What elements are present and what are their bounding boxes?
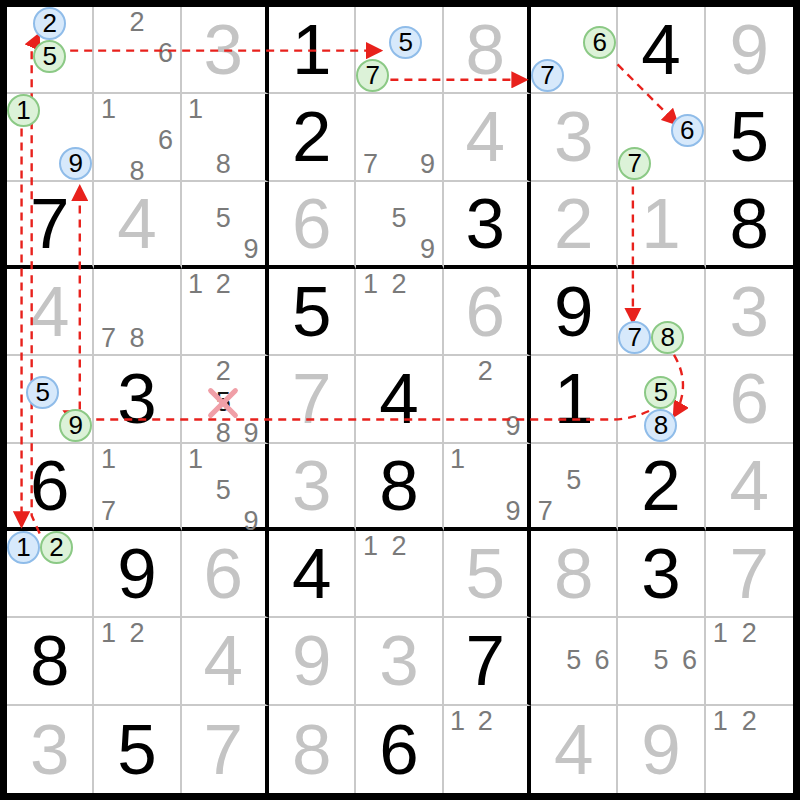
candidate-slot — [444, 496, 472, 527]
chain-node-blue-7: 7 — [531, 59, 564, 92]
cell-r1c1[interactable]: 25 — [7, 7, 94, 94]
given-digit: 6 — [356, 706, 441, 793]
candidate-2[interactable]: 2 — [209, 269, 237, 300]
cell-r1c3[interactable]: 3 — [182, 7, 269, 94]
candidate-slot — [123, 676, 151, 703]
given-digit: 3 — [444, 182, 527, 265]
candidate-slot — [182, 234, 210, 265]
candidate-7[interactable]: 7 — [531, 496, 559, 527]
cell-r1c2[interactable]: 26 — [94, 7, 181, 94]
candidate-slot — [444, 387, 472, 410]
solved-digit: 4 — [706, 444, 793, 527]
cell-r6c7[interactable]: 57 — [531, 444, 618, 531]
cell-r3c4[interactable]: 6 — [269, 182, 356, 269]
cell-r2c1[interactable]: 19 — [7, 94, 94, 181]
cell-r8c8[interactable]: 56 — [618, 618, 705, 705]
cell-r7c2[interactable]: 9 — [94, 531, 181, 618]
candidate-7[interactable]: 7 — [356, 59, 389, 92]
cell-r9c1[interactable]: 3 — [7, 706, 94, 793]
cell-r3c8[interactable]: 1 — [618, 182, 705, 269]
candidate-slot — [706, 765, 735, 793]
candidate-slot — [413, 94, 441, 121]
candidate-slot — [151, 269, 179, 296]
candidate-2[interactable]: 2 — [33, 7, 66, 40]
chain-node-green-7: 7 — [356, 59, 389, 92]
given-digit: 4 — [356, 356, 441, 441]
cell-r7c3[interactable]: 6 — [182, 531, 269, 618]
candidate-slot — [588, 618, 616, 645]
candidate-slot — [237, 94, 265, 125]
cell-r1c4[interactable]: 1 — [269, 7, 356, 94]
candidate-2[interactable]: 2 — [123, 7, 151, 38]
candidate-slot — [413, 203, 441, 234]
cell-r4c7[interactable]: 9 — [531, 269, 618, 356]
candidate-1[interactable]: 1 — [7, 94, 40, 127]
candidate-slot — [356, 26, 389, 59]
candidate-slot — [564, 59, 583, 92]
candidate-slot — [237, 444, 265, 475]
candidate-9[interactable]: 9 — [499, 411, 527, 442]
cell-r8c6[interactable]: 7 — [444, 618, 531, 705]
candidate-slot — [151, 7, 179, 38]
candidate-slot — [182, 182, 210, 203]
candidate-1[interactable]: 1 — [444, 706, 472, 737]
cell-r4c5[interactable]: 12 — [356, 269, 443, 356]
cell-r4c8[interactable]: 78 — [618, 269, 705, 356]
candidates-grid: 12 — [706, 706, 793, 793]
candidate-9[interactable]: 9 — [237, 234, 265, 265]
solved-digit: 6 — [444, 269, 527, 354]
candidates-grid: 18 — [182, 94, 265, 179]
candidate-slot — [94, 475, 122, 496]
cell-r4c3[interactable]: 12 — [182, 269, 269, 356]
candidate-7[interactable]: 7 — [618, 321, 651, 354]
candidates-grid: 168 — [94, 94, 179, 179]
sudoku-board: 2526315786749191681827943675745965932184… — [0, 0, 800, 800]
candidate-slot — [735, 649, 764, 676]
candidate-slot — [531, 26, 564, 59]
candidate-9[interactable]: 9 — [499, 496, 527, 527]
candidate-slot — [26, 356, 59, 375]
candidate-slot — [422, 7, 441, 26]
candidate-1[interactable]: 1 — [356, 531, 384, 562]
candidate-slot — [413, 269, 441, 300]
candidates-grid: 159 — [182, 444, 265, 527]
cell-r1c6[interactable]: 8 — [444, 7, 531, 94]
candidate-slot — [356, 7, 389, 26]
candidate-slot — [356, 234, 384, 265]
candidate-2[interactable]: 2 — [735, 706, 764, 737]
candidate-slot — [237, 475, 265, 506]
candidate-slot — [151, 618, 179, 649]
cell-r6c9[interactable]: 4 — [706, 444, 793, 531]
cell-r9c7[interactable]: 4 — [531, 706, 618, 793]
candidate-slot — [151, 323, 179, 354]
candidate-1[interactable]: 1 — [94, 94, 122, 125]
candidates-grid: 57 — [531, 444, 616, 527]
cell-r7c4[interactable]: 4 — [269, 531, 356, 618]
candidate-1[interactable]: 1 — [706, 706, 735, 737]
candidate-9[interactable]: 9 — [59, 147, 92, 180]
candidate-1[interactable]: 1 — [94, 618, 122, 649]
candidate-2[interactable]: 2 — [385, 531, 413, 562]
solved-digit: 3 — [182, 7, 265, 92]
candidate-6[interactable]: 6 — [675, 645, 703, 676]
candidate-slot — [151, 444, 179, 475]
candidate-1[interactable]: 1 — [182, 269, 210, 300]
cell-r6c2[interactable]: 17 — [94, 444, 181, 531]
cell-r2c2[interactable]: 168 — [94, 94, 181, 181]
candidate-slot — [413, 121, 441, 148]
candidates-grid: 12 — [356, 531, 441, 616]
cell-r8c1[interactable]: 8 — [7, 618, 94, 705]
cell-r6c4[interactable]: 3 — [269, 444, 356, 531]
cell-r6c5[interactable]: 8 — [356, 444, 443, 531]
cell-r2c9[interactable]: 5 — [706, 94, 793, 181]
candidate-slot — [675, 676, 703, 703]
candidate-slot — [123, 496, 151, 527]
candidate-slot — [651, 147, 670, 180]
cell-r1c9[interactable]: 9 — [706, 7, 793, 94]
candidate-slot — [182, 327, 210, 354]
candidate-slot — [531, 444, 559, 465]
cell-r6c8[interactable]: 2 — [618, 444, 705, 531]
solved-digit: 6 — [269, 182, 354, 265]
candidate-slot — [651, 94, 670, 113]
candidate-slot — [237, 182, 265, 203]
candidates-grid: 29 — [444, 356, 527, 441]
candidate-2[interactable]: 2 — [471, 356, 499, 387]
candidate-1[interactable]: 1 — [706, 618, 735, 649]
cell-r6c6[interactable]: 19 — [444, 444, 531, 531]
candidate-slot — [66, 40, 92, 73]
candidate-slot — [588, 444, 616, 465]
candidate-8[interactable]: 8 — [644, 409, 677, 442]
candidate-7[interactable]: 7 — [356, 149, 384, 180]
candidate-5[interactable]: 5 — [209, 387, 237, 418]
cell-r2c5[interactable]: 79 — [356, 94, 443, 181]
candidate-slot — [531, 465, 559, 496]
cell-r3c1[interactable]: 7 — [7, 182, 94, 269]
solved-digit: 4 — [7, 269, 92, 354]
solved-digit: 1 — [618, 182, 703, 265]
candidate-slot — [618, 376, 644, 409]
cell-r8c7[interactable]: 56 — [531, 618, 618, 705]
candidates-grid: 19 — [7, 94, 92, 179]
cell-r4c1[interactable]: 4 — [7, 269, 94, 356]
candidate-5[interactable]: 5 — [385, 203, 413, 234]
candidate-1[interactable]: 1 — [444, 444, 472, 475]
candidate-8[interactable]: 8 — [123, 323, 151, 354]
candidate-slot — [706, 676, 735, 703]
solved-digit: 3 — [7, 706, 92, 793]
candidate-slot — [209, 182, 237, 203]
cell-r8c9[interactable]: 12 — [706, 618, 793, 705]
given-digit: 2 — [618, 444, 703, 527]
candidate-2[interactable]: 2 — [40, 531, 73, 564]
given-digit: 1 — [531, 356, 616, 441]
candidates-grid: 67 — [531, 7, 616, 92]
candidate-9[interactable]: 9 — [413, 234, 441, 265]
candidate-slot — [684, 269, 703, 295]
cell-r9c3[interactable]: 7 — [182, 706, 269, 793]
cell-r5c5[interactable]: 4 — [356, 356, 443, 443]
candidate-slot — [413, 182, 441, 203]
candidate-slot — [26, 409, 59, 442]
cell-r4c9[interactable]: 3 — [706, 269, 793, 356]
candidates-grid: 12 — [444, 706, 527, 793]
cell-r4c6[interactable]: 6 — [444, 269, 531, 356]
candidate-slot — [735, 676, 764, 703]
candidate-slot — [735, 765, 764, 793]
candidate-slot — [677, 356, 703, 375]
solved-digit: 8 — [531, 531, 616, 616]
candidate-slot — [385, 182, 413, 203]
candidate-slot — [651, 114, 670, 147]
solved-digit: 4 — [94, 182, 179, 265]
given-digit: 7 — [444, 618, 527, 703]
candidate-slot — [413, 531, 441, 562]
given-digit: 5 — [706, 94, 793, 179]
candidate-5[interactable]: 5 — [559, 465, 587, 496]
candidate-slot — [151, 69, 179, 92]
candidate-5[interactable]: 5 — [644, 376, 677, 409]
candidate-6[interactable]: 6 — [151, 125, 179, 156]
candidates-grid: 57 — [356, 7, 441, 92]
candidate-slot — [7, 127, 40, 146]
candidates-grid: 59 — [182, 182, 265, 265]
candidate-slot — [40, 127, 59, 146]
candidate-1[interactable]: 1 — [7, 531, 40, 564]
candidate-2[interactable]: 2 — [735, 618, 764, 649]
cell-r8c3[interactable]: 4 — [182, 618, 269, 705]
cell-r7c7[interactable]: 8 — [531, 531, 618, 618]
chain-node-green-9: 9 — [59, 409, 92, 442]
candidate-2[interactable]: 2 — [209, 356, 237, 387]
candidate-slot — [356, 327, 384, 354]
candidate-slot — [151, 496, 179, 527]
candidate-9[interactable]: 9 — [413, 149, 441, 180]
candidate-5[interactable]: 5 — [26, 376, 59, 409]
given-digit: 5 — [94, 706, 179, 793]
cell-r9c5[interactable]: 6 — [356, 706, 443, 793]
cell-r5c4[interactable]: 7 — [269, 356, 356, 443]
candidate-slot — [471, 765, 499, 793]
candidate-slot — [59, 127, 92, 146]
candidate-8[interactable]: 8 — [209, 149, 237, 180]
candidate-slot — [647, 676, 675, 703]
candidate-2[interactable]: 2 — [385, 269, 413, 300]
cell-r8c4[interactable]: 9 — [269, 618, 356, 705]
candidate-slot — [618, 356, 644, 375]
given-digit: 3 — [618, 531, 703, 616]
candidate-slot — [94, 125, 122, 156]
candidate-slot — [471, 411, 499, 442]
cell-r7c5[interactable]: 12 — [356, 531, 443, 618]
given-digit: 8 — [356, 444, 441, 527]
candidate-slot — [647, 618, 675, 645]
candidate-slot — [7, 409, 26, 442]
candidate-slot — [588, 465, 616, 496]
candidate-9[interactable]: 9 — [59, 409, 92, 442]
cell-r7c6[interactable]: 5 — [444, 531, 531, 618]
candidate-slot — [33, 73, 66, 92]
candidate-slot — [356, 300, 384, 327]
solved-digit: 8 — [444, 7, 527, 92]
cell-r5c1[interactable]: 59 — [7, 356, 94, 443]
chain-node-green-2: 2 — [40, 531, 73, 564]
cell-r1c5[interactable]: 57 — [356, 7, 443, 94]
cell-r3c3[interactable]: 59 — [182, 182, 269, 269]
candidate-slot — [385, 121, 413, 148]
candidate-6[interactable]: 6 — [583, 26, 616, 59]
candidate-slot — [677, 409, 703, 442]
given-digit: 4 — [269, 531, 354, 616]
cell-r3c7[interactable]: 2 — [531, 182, 618, 269]
cell-r5c7[interactable]: 1 — [531, 356, 618, 443]
cell-r3c6[interactable]: 3 — [444, 182, 531, 269]
candidate-slot — [644, 356, 677, 375]
candidate-slot — [237, 203, 265, 234]
candidate-slot — [123, 125, 151, 156]
cell-r1c8[interactable]: 4 — [618, 7, 705, 94]
candidate-slot — [94, 7, 122, 38]
cell-r1c7[interactable]: 67 — [531, 7, 618, 94]
candidate-slot — [764, 765, 793, 793]
candidate-6[interactable]: 6 — [588, 645, 616, 676]
candidate-slot — [59, 356, 92, 375]
cell-r9c2[interactable]: 5 — [94, 706, 181, 793]
candidate-slot — [764, 649, 793, 676]
candidate-slot — [356, 121, 384, 148]
candidate-2[interactable]: 2 — [471, 706, 499, 737]
candidates-grid: 12 — [94, 618, 179, 703]
cell-r2c3[interactable]: 18 — [182, 94, 269, 181]
candidate-slot — [588, 676, 616, 703]
cell-r9c8[interactable]: 9 — [618, 706, 705, 793]
cell-r7c1[interactable]: 12 — [7, 531, 94, 618]
cell-r5c2[interactable]: 3 — [94, 356, 181, 443]
candidate-slot — [583, 7, 616, 26]
candidate-slot — [123, 444, 151, 475]
cell-r9c9[interactable]: 12 — [706, 706, 793, 793]
candidate-1[interactable]: 1 — [94, 444, 122, 475]
candidate-slot — [706, 737, 735, 765]
cell-r9c4[interactable]: 8 — [269, 706, 356, 793]
candidates-grid: 12 — [182, 269, 265, 354]
candidate-slot — [356, 94, 384, 121]
candidate-slot — [73, 564, 92, 590]
candidate-slot — [422, 26, 441, 59]
candidate-slot — [706, 649, 735, 676]
candidate-1[interactable]: 1 — [182, 94, 210, 125]
cell-r2c6[interactable]: 4 — [444, 94, 531, 181]
candidate-slot — [559, 676, 587, 703]
candidate-slot — [151, 649, 179, 676]
candidate-6[interactable]: 6 — [671, 114, 704, 147]
cell-r7c8[interactable]: 3 — [618, 531, 705, 618]
candidate-7[interactable]: 7 — [94, 323, 122, 354]
candidate-5[interactable]: 5 — [209, 475, 237, 506]
candidate-slot — [444, 737, 472, 765]
chain-node-green-5: 5 — [33, 40, 66, 73]
candidate-slot — [94, 676, 122, 703]
candidate-slot — [237, 356, 265, 387]
cell-r3c5[interactable]: 59 — [356, 182, 443, 269]
cell-r2c4[interactable]: 2 — [269, 94, 356, 181]
candidate-2[interactable]: 2 — [123, 618, 151, 649]
solved-digit: 3 — [706, 269, 793, 354]
candidate-8[interactable]: 8 — [651, 321, 684, 354]
candidate-slot — [764, 618, 793, 649]
candidate-7[interactable]: 7 — [531, 59, 564, 92]
candidate-slot — [564, 7, 583, 26]
candidate-slot — [444, 356, 472, 387]
candidate-1[interactable]: 1 — [356, 269, 384, 300]
candidate-slot — [7, 40, 33, 73]
candidates-grid: 12 — [706, 618, 793, 703]
cell-r8c2[interactable]: 12 — [94, 618, 181, 705]
candidate-slot — [444, 765, 472, 793]
candidate-7[interactable]: 7 — [618, 147, 651, 180]
cell-r6c3[interactable]: 159 — [182, 444, 269, 531]
cell-r4c4[interactable]: 5 — [269, 269, 356, 356]
candidate-slot — [123, 94, 151, 125]
candidate-slot — [389, 7, 422, 26]
candidate-slot — [237, 125, 265, 148]
given-digit: 3 — [94, 356, 179, 441]
candidate-slot — [7, 7, 33, 40]
cell-r2c8[interactable]: 67 — [618, 94, 705, 181]
candidate-slot — [94, 69, 122, 92]
sudoku-board-container: 2526315786749191681827943675745965932184… — [0, 0, 800, 800]
cell-r7c9[interactable]: 7 — [706, 531, 793, 618]
candidate-slot — [413, 562, 441, 589]
candidate-slot — [471, 387, 499, 410]
cell-r8c5[interactable]: 3 — [356, 618, 443, 705]
candidate-6[interactable]: 6 — [151, 38, 179, 69]
cell-r5c6[interactable]: 29 — [444, 356, 531, 443]
candidate-5[interactable]: 5 — [209, 203, 237, 234]
cell-r3c2[interactable]: 4 — [94, 182, 181, 269]
cell-r5c8[interactable]: 58 — [618, 356, 705, 443]
candidate-5[interactable]: 5 — [647, 645, 675, 676]
cell-r6c1[interactable]: 6 — [7, 444, 94, 531]
chain-node-green-7: 7 — [618, 147, 651, 180]
candidate-5[interactable]: 5 — [389, 26, 422, 59]
cell-r5c9[interactable]: 6 — [706, 356, 793, 443]
cell-r5c3[interactable]: 2589 — [182, 356, 269, 443]
chain-node-blue-9: 9 — [59, 147, 92, 180]
candidate-7[interactable]: 7 — [94, 496, 122, 527]
given-digit: 2 — [269, 94, 354, 179]
candidates-grid: 78 — [94, 269, 179, 354]
candidate-slot — [123, 296, 151, 323]
candidate-1[interactable]: 1 — [182, 444, 210, 475]
candidate-slot — [499, 356, 527, 387]
solved-digit: 7 — [706, 531, 793, 616]
candidates-grid: 17 — [94, 444, 179, 527]
cell-r4c2[interactable]: 78 — [94, 269, 181, 356]
candidate-5[interactable]: 5 — [559, 645, 587, 676]
cell-r9c6[interactable]: 12 — [444, 706, 531, 793]
candidate-slot — [151, 296, 179, 323]
candidate-5[interactable]: 5 — [33, 40, 66, 73]
cell-r2c7[interactable]: 3 — [531, 94, 618, 181]
candidate-slot — [356, 562, 384, 589]
cell-r3c9[interactable]: 8 — [706, 182, 793, 269]
solved-digit: 7 — [269, 356, 354, 441]
